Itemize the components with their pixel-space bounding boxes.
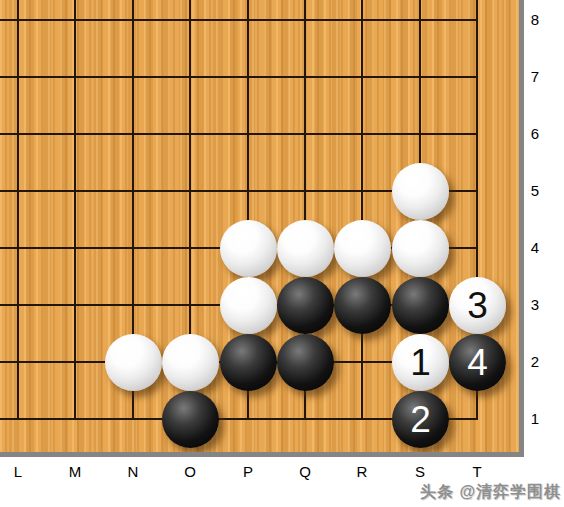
column-label-P: P [237, 463, 259, 480]
watermark: 头条 @清弈学围棋 [420, 482, 561, 503]
black-stone-O1 [162, 391, 219, 448]
black-stone-R3 [334, 277, 391, 334]
white-stone-N2 [105, 334, 162, 391]
go-diagram-screenshot: 3142 LMNOPQRST 87654321 头条 @清弈学围棋 [0, 0, 564, 507]
move-number: 2 [410, 401, 431, 438]
column-label-R: R [351, 463, 373, 480]
row-label-5: 5 [526, 182, 544, 199]
row-label-8: 8 [526, 11, 544, 28]
grid-line-vertical [361, 0, 363, 420]
column-label-T: T [466, 463, 488, 480]
column-label-S: S [409, 463, 431, 480]
grid-line-vertical [17, 0, 19, 420]
row-label-1: 1 [526, 410, 544, 427]
go-board: 3142 [0, 0, 524, 457]
column-label-L: L [7, 463, 29, 480]
white-stone-T3: 3 [449, 277, 506, 334]
move-number: 1 [410, 344, 431, 381]
black-stone-Q2 [277, 334, 334, 391]
black-stone-S3 [392, 277, 449, 334]
grid-line-horizontal [0, 19, 478, 21]
row-label-6: 6 [526, 125, 544, 142]
row-label-7: 7 [526, 68, 544, 85]
row-label-4: 4 [526, 239, 544, 256]
grid-line-horizontal [0, 133, 478, 135]
grid-line-vertical [74, 0, 76, 420]
white-stone-P3 [220, 277, 277, 334]
grid-line-horizontal [0, 76, 478, 78]
white-stone-R4 [334, 220, 391, 277]
column-label-N: N [122, 463, 144, 480]
white-stone-S4 [392, 220, 449, 277]
column-label-Q: Q [294, 463, 316, 480]
row-label-2: 2 [526, 353, 544, 370]
move-number: 3 [467, 287, 488, 324]
black-stone-S1: 2 [392, 391, 449, 448]
white-stone-Q4 [277, 220, 334, 277]
white-stone-S2: 1 [392, 334, 449, 391]
move-number: 4 [467, 344, 488, 381]
column-label-O: O [179, 463, 201, 480]
black-stone-P2 [220, 334, 277, 391]
column-label-M: M [64, 463, 86, 480]
row-label-3: 3 [526, 296, 544, 313]
black-stone-Q3 [277, 277, 334, 334]
white-stone-P4 [220, 220, 277, 277]
white-stone-O2 [162, 334, 219, 391]
black-stone-T2: 4 [449, 334, 506, 391]
white-stone-S5 [392, 163, 449, 220]
